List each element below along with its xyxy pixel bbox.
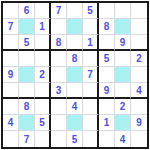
cell-r4c5-given-8[interactable]: 8	[67, 51, 83, 67]
cell-r3c3[interactable]	[35, 35, 51, 51]
cell-r7c6[interactable]	[83, 99, 99, 115]
cell-r8c2[interactable]	[19, 115, 35, 131]
cell-r1c1[interactable]	[3, 3, 19, 19]
cell-r7c8-given-2[interactable]: 2	[115, 99, 131, 115]
cell-r5c5[interactable]	[67, 67, 83, 83]
cell-r3c7[interactable]	[99, 35, 115, 51]
cell-r1c7[interactable]	[99, 3, 115, 19]
cell-r2c1-given-7[interactable]: 7	[3, 19, 19, 35]
cell-r7c1[interactable]	[3, 99, 19, 115]
cell-r2c6[interactable]	[83, 19, 99, 35]
cell-r9c4[interactable]	[51, 131, 67, 147]
cell-r6c1[interactable]	[3, 83, 19, 99]
cell-r5c1-given-9[interactable]: 9	[3, 67, 19, 83]
cell-r3c8-given-9[interactable]: 9	[115, 35, 131, 51]
cell-r5c7[interactable]	[99, 67, 115, 83]
cell-r4c6[interactable]	[83, 51, 99, 67]
cell-r4c9-given-2[interactable]: 2	[131, 51, 147, 67]
cell-r7c2-given-8[interactable]: 8	[19, 99, 35, 115]
cell-r6c2[interactable]	[19, 83, 35, 99]
cell-r1c8[interactable]	[115, 3, 131, 19]
cell-r3c4-given-8[interactable]: 8	[51, 35, 67, 51]
cell-r8c6[interactable]	[83, 115, 99, 131]
cell-r9c1[interactable]	[3, 131, 19, 147]
cell-r8c7-given-1[interactable]: 1	[99, 115, 115, 131]
cell-r2c2[interactable]	[19, 19, 35, 35]
cell-r9c7[interactable]	[99, 131, 115, 147]
cell-r9c2-given-7[interactable]: 7	[19, 131, 35, 147]
cell-r4c2[interactable]	[19, 51, 35, 67]
cell-r9c8-given-4[interactable]: 4	[115, 131, 131, 147]
cell-r4c8[interactable]	[115, 51, 131, 67]
cell-r1c5[interactable]	[67, 3, 83, 19]
cell-r4c3[interactable]	[35, 51, 51, 67]
cell-r3c5[interactable]	[67, 35, 83, 51]
cell-r8c9-given-9[interactable]: 9	[131, 115, 147, 131]
cell-r5c8[interactable]	[115, 67, 131, 83]
cell-r5c9[interactable]	[131, 67, 147, 83]
cell-r8c5[interactable]	[67, 115, 83, 131]
cell-r7c9[interactable]	[131, 99, 147, 115]
cell-r9c5-given-5[interactable]: 5	[67, 131, 83, 147]
cell-r8c3-given-5[interactable]: 5	[35, 115, 51, 131]
cell-r8c1-given-4[interactable]: 4	[3, 115, 19, 131]
cell-r7c5-given-4[interactable]: 4	[67, 99, 83, 115]
cell-r3c6-given-1[interactable]: 1	[83, 35, 99, 51]
sudoku-board: 67571858198529273948424519754	[1, 1, 149, 149]
cell-r6c5[interactable]	[67, 83, 83, 99]
cell-r1c4-given-7[interactable]: 7	[51, 3, 67, 19]
cell-r8c8[interactable]	[115, 115, 131, 131]
cell-r3c1[interactable]	[3, 35, 19, 51]
cell-r5c2[interactable]	[19, 67, 35, 83]
cell-r7c3[interactable]	[35, 99, 51, 115]
cell-r2c9[interactable]	[131, 19, 147, 35]
cell-r1c3[interactable]	[35, 3, 51, 19]
cell-r1c9[interactable]	[131, 3, 147, 19]
cell-r2c7-given-8[interactable]: 8	[99, 19, 115, 35]
cell-r7c4[interactable]	[51, 99, 67, 115]
cell-r2c8[interactable]	[115, 19, 131, 35]
cell-r4c7-given-5[interactable]: 5	[99, 51, 115, 67]
cell-r7c7[interactable]	[99, 99, 115, 115]
cell-r5c4[interactable]	[51, 67, 67, 83]
cell-r9c6[interactable]	[83, 131, 99, 147]
cell-r5c3-given-2[interactable]: 2	[35, 67, 51, 83]
cell-r6c6[interactable]	[83, 83, 99, 99]
cell-r5c6-given-7[interactable]: 7	[83, 67, 99, 83]
cell-r6c8[interactable]	[115, 83, 131, 99]
cell-r9c9[interactable]	[131, 131, 147, 147]
cell-r1c6-given-5[interactable]: 5	[83, 3, 99, 19]
cell-r6c9-given-4[interactable]: 4	[131, 83, 147, 99]
cell-r3c9[interactable]	[131, 35, 147, 51]
cell-r2c5[interactable]	[67, 19, 83, 35]
cell-r2c4[interactable]	[51, 19, 67, 35]
cell-r3c2-given-5[interactable]: 5	[19, 35, 35, 51]
cell-r4c1[interactable]	[3, 51, 19, 67]
cell-r9c3[interactable]	[35, 131, 51, 147]
cell-r6c3[interactable]	[35, 83, 51, 99]
cell-r1c2-given-6[interactable]: 6	[19, 3, 35, 19]
cell-r6c4-given-3[interactable]: 3	[51, 83, 67, 99]
cell-r4c4[interactable]	[51, 51, 67, 67]
cell-r8c4[interactable]	[51, 115, 67, 131]
cell-r2c3-given-1[interactable]: 1	[35, 19, 51, 35]
cell-r6c7-given-9[interactable]: 9	[99, 83, 115, 99]
